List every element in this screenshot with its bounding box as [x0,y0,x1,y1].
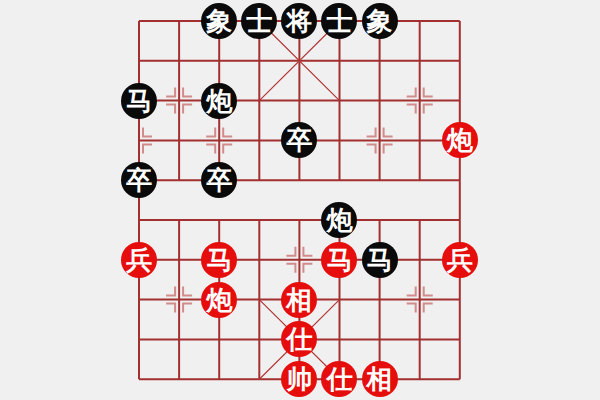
red-elephant[interactable]: 相 [281,282,317,318]
red-general[interactable]: 帅 [281,361,317,397]
black-advisor[interactable]: 士 [321,3,357,39]
black-cannon[interactable]: 炮 [321,202,357,238]
red-elephant[interactable]: 相 [362,361,398,397]
black-elephant[interactable]: 象 [201,3,237,39]
red-advisor[interactable]: 仕 [321,361,357,397]
red-soldier[interactable]: 兵 [121,242,157,278]
red-cannon[interactable]: 炮 [442,122,478,158]
red-horse[interactable]: 马 [321,242,357,278]
red-advisor[interactable]: 仕 [281,321,317,357]
black-cannon[interactable]: 炮 [201,83,237,119]
xiangqi-app: 象士将士象马炮卒卒卒炮马炮兵马马兵炮相仕帅仕相 [0,0,600,400]
red-cannon[interactable]: 炮 [201,282,237,318]
black-soldier[interactable]: 卒 [201,162,237,198]
red-horse[interactable]: 马 [201,242,237,278]
red-soldier[interactable]: 兵 [442,242,478,278]
black-horse[interactable]: 马 [121,83,157,119]
xiangqi-board[interactable]: 象士将士象马炮卒卒卒炮马炮兵马马兵炮相仕帅仕相 [119,1,480,399]
black-elephant[interactable]: 象 [362,3,398,39]
black-soldier[interactable]: 卒 [121,162,157,198]
black-soldier[interactable]: 卒 [281,122,317,158]
black-general[interactable]: 将 [281,3,317,39]
black-horse[interactable]: 马 [362,242,398,278]
black-advisor[interactable]: 士 [241,3,277,39]
